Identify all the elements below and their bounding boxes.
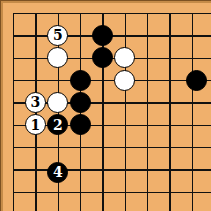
- intersection-r9c2: [24, 181, 46, 203]
- white-stone: [47, 92, 68, 113]
- intersection-r9c6: [114, 181, 136, 203]
- intersection-r7c2: [24, 136, 46, 158]
- intersection-r8c3: 4: [47, 158, 69, 180]
- intersection-r4c2: [24, 69, 46, 91]
- intersection-r9c5: [91, 181, 113, 203]
- intersection-r4c6: [114, 69, 136, 91]
- intersection-r1c5: [91, 2, 113, 24]
- intersection-r6c9: [181, 114, 203, 136]
- intersection-r5c8: [158, 91, 180, 113]
- intersection-r9c9: [181, 181, 203, 203]
- white-stone: [114, 70, 135, 91]
- intersection-r8c1: [2, 158, 24, 180]
- intersection-r1c6: [114, 2, 136, 24]
- intersection-r8c8: [158, 158, 180, 180]
- intersection-r2c1: [2, 24, 24, 46]
- intersection-r2c7: [136, 24, 158, 46]
- intersection-r5c7: [136, 91, 158, 113]
- intersection-r3c6: [114, 47, 136, 69]
- intersection-r3c1: [2, 47, 24, 69]
- black-stone-move-2: 2: [47, 114, 68, 135]
- intersection-r4c7: [136, 69, 158, 91]
- intersection-r4c1: [2, 69, 24, 91]
- intersection-r6c2: 1: [24, 114, 46, 136]
- intersection-r1c1: [2, 2, 24, 24]
- intersection-r7c5: [91, 136, 113, 158]
- intersection-r4c8: [158, 69, 180, 91]
- intersection-r7c8: [158, 136, 180, 158]
- intersection-r5c1: [2, 91, 24, 113]
- intersection-r6c8: [158, 114, 180, 136]
- go-board-grid: 53124: [2, 2, 203, 203]
- white-stone: [47, 47, 68, 68]
- intersection-r1c3: [47, 2, 69, 24]
- intersection-r1c9: [181, 2, 203, 24]
- intersection-r1c8: [158, 2, 180, 24]
- intersection-r2c3: 5: [47, 24, 69, 46]
- intersection-r4c5: [91, 69, 113, 91]
- black-stone: [70, 70, 91, 91]
- intersection-r5c9: [181, 91, 203, 113]
- black-stone: [186, 70, 207, 91]
- intersection-r7c6: [114, 136, 136, 158]
- white-stone-move-3: 3: [25, 92, 46, 113]
- intersection-r9c7: [136, 181, 158, 203]
- intersection-r2c5: [91, 24, 113, 46]
- intersection-r3c3: [47, 47, 69, 69]
- intersection-r4c3: [47, 69, 69, 91]
- intersection-r9c8: [158, 181, 180, 203]
- white-stone: [114, 47, 135, 68]
- white-stone-move-5: 5: [47, 25, 68, 46]
- intersection-r3c4: [69, 47, 91, 69]
- intersection-r3c8: [158, 47, 180, 69]
- intersection-r4c4: [69, 69, 91, 91]
- intersection-r8c5: [91, 158, 113, 180]
- intersection-r3c9: [181, 47, 203, 69]
- intersection-r6c6: [114, 114, 136, 136]
- intersection-r1c7: [136, 2, 158, 24]
- intersection-r5c4: [69, 91, 91, 113]
- intersection-r2c4: [69, 24, 91, 46]
- intersection-r8c9: [181, 158, 203, 180]
- intersection-r6c7: [136, 114, 158, 136]
- intersection-r6c1: [2, 114, 24, 136]
- intersection-r9c3: [47, 181, 69, 203]
- intersection-r8c2: [24, 158, 46, 180]
- black-stone: [92, 25, 113, 46]
- intersection-r5c2: 3: [24, 91, 46, 113]
- intersection-r3c5: [91, 47, 113, 69]
- intersection-r6c5: [91, 114, 113, 136]
- intersection-r6c4: [69, 114, 91, 136]
- intersection-r2c6: [114, 24, 136, 46]
- intersection-r5c6: [114, 91, 136, 113]
- intersection-r6c3: 2: [47, 114, 69, 136]
- intersection-r7c4: [69, 136, 91, 158]
- intersection-r1c2: [24, 2, 46, 24]
- go-board-diagram: 53124: [0, 0, 211, 211]
- intersection-r7c9: [181, 136, 203, 158]
- black-stone: [92, 47, 113, 68]
- intersection-r9c4: [69, 181, 91, 203]
- intersection-r9c1: [2, 181, 24, 203]
- intersection-r3c7: [136, 47, 158, 69]
- intersection-r4c9: [181, 69, 203, 91]
- black-stone: [70, 114, 91, 135]
- intersection-r7c1: [2, 136, 24, 158]
- intersection-r7c7: [136, 136, 158, 158]
- intersection-r5c5: [91, 91, 113, 113]
- intersection-r8c7: [136, 158, 158, 180]
- intersection-r2c9: [181, 24, 203, 46]
- intersection-r8c4: [69, 158, 91, 180]
- intersection-r1c4: [69, 2, 91, 24]
- intersection-r5c3: [47, 91, 69, 113]
- black-stone: [70, 92, 91, 113]
- intersection-r7c3: [47, 136, 69, 158]
- intersection-r3c2: [24, 47, 46, 69]
- intersection-r8c6: [114, 158, 136, 180]
- intersection-r2c2: [24, 24, 46, 46]
- white-stone-move-1: 1: [25, 114, 46, 135]
- intersection-r2c8: [158, 24, 180, 46]
